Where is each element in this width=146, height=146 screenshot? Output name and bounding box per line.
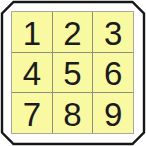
cell-r1c3[interactable]: 3: [93, 12, 133, 52]
cell-r2c1[interactable]: 4: [12, 53, 52, 93]
puzzle-board: 1 2 3 4 5 6 7 8 9: [0, 0, 146, 146]
cell-r3c2[interactable]: 8: [53, 93, 93, 133]
cell-r2c2[interactable]: 5: [53, 53, 93, 93]
cell-r2c3[interactable]: 6: [93, 53, 133, 93]
cell-value: 3: [104, 14, 122, 50]
cell-r3c3[interactable]: 9: [93, 93, 133, 133]
cell-r3c1[interactable]: 7: [12, 93, 52, 133]
cell-value: 5: [63, 54, 81, 90]
cell-value: 7: [23, 95, 41, 131]
cell-value: 2: [63, 14, 81, 50]
cell-value: 9: [104, 95, 122, 131]
cell-value: 8: [63, 95, 81, 131]
cell-r1c2[interactable]: 2: [53, 12, 93, 52]
cell-value: 1: [23, 14, 41, 50]
cell-value: 4: [23, 54, 41, 90]
number-grid: 1 2 3 4 5 6 7 8 9: [11, 11, 134, 134]
cell-value: 6: [104, 54, 122, 90]
cell-r1c1[interactable]: 1: [12, 12, 52, 52]
